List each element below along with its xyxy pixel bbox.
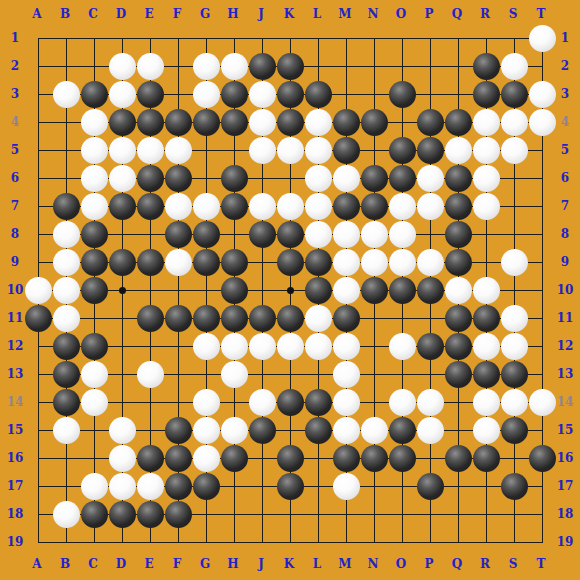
intersection-H10	[220, 276, 248, 304]
intersection-G1[interactable]	[192, 24, 220, 52]
intersection-S17	[500, 472, 528, 500]
intersection-J17[interactable]	[248, 472, 276, 500]
intersection-S6[interactable]	[500, 164, 528, 192]
intersection-E4	[136, 108, 164, 136]
white-stone-D2	[109, 53, 136, 80]
intersection-O15	[388, 416, 416, 444]
intersection-S7[interactable]	[500, 192, 528, 220]
intersection-B4[interactable]	[52, 108, 80, 136]
intersection-L5	[304, 136, 332, 164]
coord-label-top-L: L	[304, 6, 330, 22]
intersection-C5	[80, 136, 108, 164]
intersection-Q12	[444, 332, 472, 360]
black-stone-K8	[277, 221, 304, 248]
black-stone-G8	[193, 221, 220, 248]
white-stone-E13	[137, 361, 164, 388]
intersection-O4[interactable]	[388, 108, 416, 136]
intersection-G13[interactable]	[192, 360, 220, 388]
intersection-P16[interactable]	[416, 444, 444, 472]
black-stone-C9	[81, 249, 108, 276]
intersection-A4[interactable]	[24, 108, 52, 136]
intersection-L13[interactable]	[304, 360, 332, 388]
white-stone-M9	[333, 249, 360, 276]
intersection-R19[interactable]	[472, 528, 500, 556]
coord-label-bottom-E: E	[136, 556, 162, 572]
intersection-A13[interactable]	[24, 360, 52, 388]
intersection-A16[interactable]	[24, 444, 52, 472]
coord-label-top-B: B	[52, 6, 78, 22]
intersection-Q9	[444, 248, 472, 276]
intersection-D5	[108, 136, 136, 164]
intersection-D19[interactable]	[108, 528, 136, 556]
white-stone-J5	[249, 137, 276, 164]
intersection-A19[interactable]	[24, 528, 52, 556]
intersection-A2[interactable]	[24, 52, 52, 80]
intersection-P2[interactable]	[416, 52, 444, 80]
intersection-B2[interactable]	[52, 52, 80, 80]
intersection-O6	[388, 164, 416, 192]
white-stone-O8	[389, 221, 416, 248]
intersection-S18[interactable]	[500, 500, 528, 528]
intersection-H5[interactable]	[220, 136, 248, 164]
intersection-C6	[80, 164, 108, 192]
coord-label-top-K: K	[276, 6, 302, 22]
intersection-A12[interactable]	[24, 332, 52, 360]
intersection-B19[interactable]	[52, 528, 80, 556]
coord-label-bottom-P: P	[416, 556, 442, 572]
intersection-Q3[interactable]	[444, 80, 472, 108]
white-stone-S5	[501, 137, 528, 164]
intersection-T19[interactable]	[528, 528, 556, 556]
intersection-L19[interactable]	[304, 528, 332, 556]
intersection-M19[interactable]	[332, 528, 360, 556]
intersection-Q1[interactable]	[444, 24, 472, 52]
intersection-B5[interactable]	[52, 136, 80, 164]
coord-label-bottom-A: A	[24, 556, 50, 572]
intersection-O18[interactable]	[388, 500, 416, 528]
intersection-C1[interactable]	[80, 24, 108, 52]
intersection-N1[interactable]	[360, 24, 388, 52]
intersection-J6[interactable]	[248, 164, 276, 192]
intersection-B8	[52, 220, 80, 248]
intersection-S19[interactable]	[500, 528, 528, 556]
go-board: AABBCCDDEEFFGGHHJJKKLLMMNNOOPPQQRRSSTT11…	[0, 0, 580, 580]
intersection-B6[interactable]	[52, 164, 80, 192]
white-stone-C4	[81, 109, 108, 136]
intersection-F2[interactable]	[164, 52, 192, 80]
intersection-C17	[80, 472, 108, 500]
intersection-T10[interactable]	[528, 276, 556, 304]
intersection-E19[interactable]	[136, 528, 164, 556]
black-stone-O5	[389, 137, 416, 164]
white-stone-G7	[193, 193, 220, 220]
white-stone-J14	[249, 389, 276, 416]
intersection-G10[interactable]	[192, 276, 220, 304]
black-stone-P5	[417, 137, 444, 164]
intersection-K13[interactable]	[276, 360, 304, 388]
intersection-T13[interactable]	[528, 360, 556, 388]
black-stone-L10	[305, 277, 332, 304]
intersection-G5[interactable]	[192, 136, 220, 164]
intersection-H14[interactable]	[220, 388, 248, 416]
intersection-A17[interactable]	[24, 472, 52, 500]
intersection-N13[interactable]	[360, 360, 388, 388]
intersection-B13	[52, 360, 80, 388]
black-stone-L9	[305, 249, 332, 276]
intersection-R4	[472, 108, 500, 136]
black-stone-M7	[333, 193, 360, 220]
intersection-N18[interactable]	[360, 500, 388, 528]
coord-label-bottom-D: D	[108, 556, 134, 572]
intersection-G14	[192, 388, 220, 416]
intersection-Q15[interactable]	[444, 416, 472, 444]
intersection-T9[interactable]	[528, 248, 556, 276]
intersection-O13[interactable]	[388, 360, 416, 388]
white-stone-R6	[473, 165, 500, 192]
intersection-G6[interactable]	[192, 164, 220, 192]
intersection-S8[interactable]	[500, 220, 528, 248]
intersection-H8[interactable]	[220, 220, 248, 248]
intersection-P19[interactable]	[416, 528, 444, 556]
intersection-T18[interactable]	[528, 500, 556, 528]
intersection-O11[interactable]	[388, 304, 416, 332]
intersection-T5[interactable]	[528, 136, 556, 164]
intersection-E14[interactable]	[136, 388, 164, 416]
intersection-T7[interactable]	[528, 192, 556, 220]
intersection-P10	[416, 276, 444, 304]
intersection-B17[interactable]	[52, 472, 80, 500]
intersection-C19[interactable]	[80, 528, 108, 556]
coord-label-bottom-B: B	[52, 556, 78, 572]
white-stone-R14	[473, 389, 500, 416]
black-stone-F8	[165, 221, 192, 248]
intersection-T1	[528, 24, 556, 52]
white-stone-S9	[501, 249, 528, 276]
black-stone-M5	[333, 137, 360, 164]
intersection-J9[interactable]	[248, 248, 276, 276]
intersection-E15[interactable]	[136, 416, 164, 444]
intersection-M2[interactable]	[332, 52, 360, 80]
intersection-F19[interactable]	[164, 528, 192, 556]
intersection-R9[interactable]	[472, 248, 500, 276]
black-stone-E6	[137, 165, 164, 192]
intersection-L16[interactable]	[304, 444, 332, 472]
white-stone-F9	[165, 249, 192, 276]
intersection-Q18[interactable]	[444, 500, 472, 528]
intersection-P7	[416, 192, 444, 220]
intersection-Q2[interactable]	[444, 52, 472, 80]
intersection-K18[interactable]	[276, 500, 304, 528]
intersection-O17[interactable]	[388, 472, 416, 500]
white-stone-R7	[473, 193, 500, 220]
intersection-K9	[276, 248, 304, 276]
intersection-G7	[192, 192, 220, 220]
coord-label-top-R: R	[472, 6, 498, 22]
intersection-T6[interactable]	[528, 164, 556, 192]
black-stone-F11	[165, 305, 192, 332]
intersection-R8[interactable]	[472, 220, 500, 248]
intersection-T4	[528, 108, 556, 136]
intersection-D11[interactable]	[108, 304, 136, 332]
intersection-D1[interactable]	[108, 24, 136, 52]
intersection-A1[interactable]	[24, 24, 52, 52]
intersection-D8[interactable]	[108, 220, 136, 248]
intersection-M9	[332, 248, 360, 276]
intersection-L7	[304, 192, 332, 220]
white-stone-G2	[193, 53, 220, 80]
black-stone-S3	[501, 81, 528, 108]
intersection-D14[interactable]	[108, 388, 136, 416]
intersection-E12[interactable]	[136, 332, 164, 360]
intersection-O19[interactable]	[388, 528, 416, 556]
intersection-M18[interactable]	[332, 500, 360, 528]
black-stone-P17	[417, 473, 444, 500]
intersection-C2[interactable]	[80, 52, 108, 80]
intersection-M3[interactable]	[332, 80, 360, 108]
intersection-P18[interactable]	[416, 500, 444, 528]
white-stone-G15	[193, 417, 220, 444]
white-stone-O7	[389, 193, 416, 220]
black-stone-K11	[277, 305, 304, 332]
white-stone-T3	[529, 81, 556, 108]
white-stone-M6	[333, 165, 360, 192]
intersection-P11[interactable]	[416, 304, 444, 332]
intersection-B1[interactable]	[52, 24, 80, 52]
intersection-G17	[192, 472, 220, 500]
black-stone-K9	[277, 249, 304, 276]
intersection-B16[interactable]	[52, 444, 80, 472]
intersection-K19[interactable]	[276, 528, 304, 556]
black-stone-P10	[417, 277, 444, 304]
intersection-Q17[interactable]	[444, 472, 472, 500]
intersection-M1[interactable]	[332, 24, 360, 52]
coord-label-top-D: D	[108, 6, 134, 22]
intersection-Q10	[444, 276, 472, 304]
intersection-H6	[220, 164, 248, 192]
black-stone-J2	[249, 53, 276, 80]
intersection-B15	[52, 416, 80, 444]
intersection-F10[interactable]	[164, 276, 192, 304]
intersection-R18[interactable]	[472, 500, 500, 528]
intersection-J3	[248, 80, 276, 108]
coord-label-top-M: M	[332, 6, 358, 22]
intersection-F12[interactable]	[164, 332, 192, 360]
intersection-P1[interactable]	[416, 24, 444, 52]
intersection-T17[interactable]	[528, 472, 556, 500]
intersection-B12	[52, 332, 80, 360]
intersection-F13[interactable]	[164, 360, 192, 388]
intersection-J2	[248, 52, 276, 80]
intersection-N19[interactable]	[360, 528, 388, 556]
black-stone-H16	[221, 445, 248, 472]
intersection-C12	[80, 332, 108, 360]
black-stone-F16	[165, 445, 192, 472]
intersection-N3[interactable]	[360, 80, 388, 108]
intersection-A5[interactable]	[24, 136, 52, 164]
intersection-S10[interactable]	[500, 276, 528, 304]
intersection-F3[interactable]	[164, 80, 192, 108]
intersection-P5	[416, 136, 444, 164]
intersection-P13[interactable]	[416, 360, 444, 388]
white-stone-M8	[333, 221, 360, 248]
intersection-N14[interactable]	[360, 388, 388, 416]
intersection-D12[interactable]	[108, 332, 136, 360]
intersection-A7[interactable]	[24, 192, 52, 220]
intersection-E1[interactable]	[136, 24, 164, 52]
intersection-D13[interactable]	[108, 360, 136, 388]
intersection-C18	[80, 500, 108, 528]
intersection-N2[interactable]	[360, 52, 388, 80]
intersection-P8[interactable]	[416, 220, 444, 248]
intersection-A6[interactable]	[24, 164, 52, 192]
intersection-T2[interactable]	[528, 52, 556, 80]
intersection-H19[interactable]	[220, 528, 248, 556]
intersection-J13[interactable]	[248, 360, 276, 388]
intersection-G19[interactable]	[192, 528, 220, 556]
intersection-S16[interactable]	[500, 444, 528, 472]
intersection-C16[interactable]	[80, 444, 108, 472]
intersection-R13	[472, 360, 500, 388]
intersections-grid	[24, 24, 556, 556]
intersection-T11[interactable]	[528, 304, 556, 332]
white-stone-O12	[389, 333, 416, 360]
intersection-R17[interactable]	[472, 472, 500, 500]
intersection-P12	[416, 332, 444, 360]
intersection-S1[interactable]	[500, 24, 528, 52]
intersection-A9[interactable]	[24, 248, 52, 276]
intersection-R5	[472, 136, 500, 164]
intersection-H18[interactable]	[220, 500, 248, 528]
white-stone-J3	[249, 81, 276, 108]
intersection-O9	[388, 248, 416, 276]
intersection-A18[interactable]	[24, 500, 52, 528]
intersection-N12[interactable]	[360, 332, 388, 360]
intersection-C11[interactable]	[80, 304, 108, 332]
intersection-D10[interactable]	[108, 276, 136, 304]
intersection-F1[interactable]	[164, 24, 192, 52]
intersection-K10[interactable]	[276, 276, 304, 304]
intersection-C15[interactable]	[80, 416, 108, 444]
intersection-N17[interactable]	[360, 472, 388, 500]
intersection-D4	[108, 108, 136, 136]
intersection-J11	[248, 304, 276, 332]
intersection-L4	[304, 108, 332, 136]
intersection-Q7	[444, 192, 472, 220]
intersection-T15[interactable]	[528, 416, 556, 444]
intersection-S11	[500, 304, 528, 332]
white-stone-J7	[249, 193, 276, 220]
intersection-H17[interactable]	[220, 472, 248, 500]
black-stone-Q4	[445, 109, 472, 136]
black-stone-R11	[473, 305, 500, 332]
intersection-K4	[276, 108, 304, 136]
black-stone-H6	[221, 165, 248, 192]
intersection-F9	[164, 248, 192, 276]
white-stone-B18	[53, 501, 80, 528]
intersection-T12[interactable]	[528, 332, 556, 360]
intersection-Q14[interactable]	[444, 388, 472, 416]
black-stone-O16	[389, 445, 416, 472]
intersection-A8[interactable]	[24, 220, 52, 248]
intersection-G18[interactable]	[192, 500, 220, 528]
white-stone-R5	[473, 137, 500, 164]
intersection-J10[interactable]	[248, 276, 276, 304]
white-stone-G14	[193, 389, 220, 416]
intersection-R11	[472, 304, 500, 332]
intersection-N10	[360, 276, 388, 304]
intersection-J16[interactable]	[248, 444, 276, 472]
white-stone-A10	[25, 277, 52, 304]
white-stone-C17	[81, 473, 108, 500]
intersection-Q19[interactable]	[444, 528, 472, 556]
intersection-Q13	[444, 360, 472, 388]
intersection-O2[interactable]	[388, 52, 416, 80]
intersection-J1[interactable]	[248, 24, 276, 52]
white-stone-G3	[193, 81, 220, 108]
intersection-L17[interactable]	[304, 472, 332, 500]
intersection-S13	[500, 360, 528, 388]
white-stone-C5	[81, 137, 108, 164]
white-stone-L4	[305, 109, 332, 136]
intersection-K6[interactable]	[276, 164, 304, 192]
white-stone-Q5	[445, 137, 472, 164]
intersection-K1[interactable]	[276, 24, 304, 52]
intersection-E10[interactable]	[136, 276, 164, 304]
intersection-N11[interactable]	[360, 304, 388, 332]
white-stone-F5	[165, 137, 192, 164]
intersection-E17	[136, 472, 164, 500]
intersection-J19[interactable]	[248, 528, 276, 556]
white-stone-P7	[417, 193, 444, 220]
intersection-H1[interactable]	[220, 24, 248, 52]
intersection-N5[interactable]	[360, 136, 388, 164]
intersection-A14[interactable]	[24, 388, 52, 416]
white-stone-B3	[53, 81, 80, 108]
intersection-R15	[472, 416, 500, 444]
intersection-L18[interactable]	[304, 500, 332, 528]
intersection-F14[interactable]	[164, 388, 192, 416]
intersection-E8[interactable]	[136, 220, 164, 248]
intersection-A15[interactable]	[24, 416, 52, 444]
black-stone-C8	[81, 221, 108, 248]
intersection-K15[interactable]	[276, 416, 304, 444]
intersection-E2	[136, 52, 164, 80]
intersection-T8[interactable]	[528, 220, 556, 248]
black-stone-E7	[137, 193, 164, 220]
white-stone-H15	[221, 417, 248, 444]
intersection-J18[interactable]	[248, 500, 276, 528]
coord-label-bottom-H: H	[220, 556, 246, 572]
intersection-L1[interactable]	[304, 24, 332, 52]
intersection-O1[interactable]	[388, 24, 416, 52]
intersection-S5	[500, 136, 528, 164]
intersection-R1[interactable]	[472, 24, 500, 52]
intersection-G12	[192, 332, 220, 360]
intersection-A3[interactable]	[24, 80, 52, 108]
intersection-P15	[416, 416, 444, 444]
white-stone-B9	[53, 249, 80, 276]
black-stone-H4	[221, 109, 248, 136]
white-stone-L8	[305, 221, 332, 248]
black-stone-A11	[25, 305, 52, 332]
intersection-L2[interactable]	[304, 52, 332, 80]
intersection-B7	[52, 192, 80, 220]
black-stone-L15	[305, 417, 332, 444]
white-stone-S11	[501, 305, 528, 332]
intersection-H15	[220, 416, 248, 444]
black-stone-S15	[501, 417, 528, 444]
intersection-P3[interactable]	[416, 80, 444, 108]
